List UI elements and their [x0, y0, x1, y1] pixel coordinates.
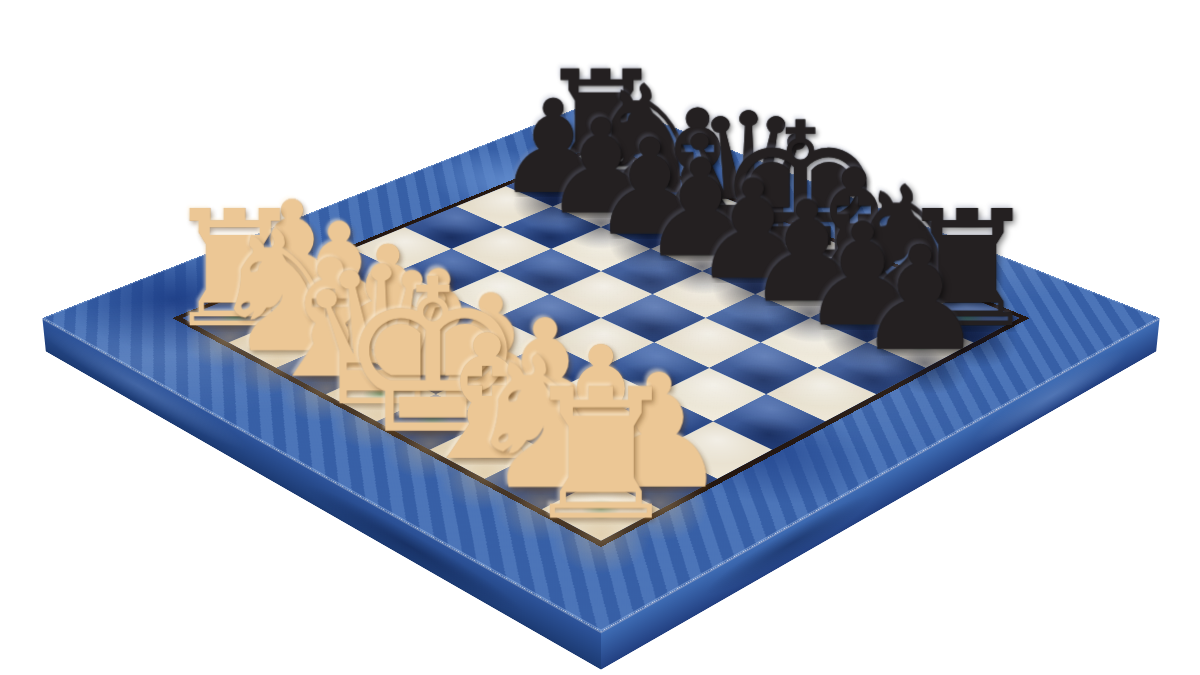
- camera-stage: ♜♞♝♛♚♝♞♜♟♟♟♟♟♟♟♟♟♟♟♟♟♟♟♟♜♞♝♛♚♝♞♜: [0, 0, 1200, 675]
- photo-backdrop: ♜♞♝♛♚♝♞♜♟♟♟♟♟♟♟♟♟♟♟♟♟♟♟♟♜♞♝♛♚♝♞♜: [0, 0, 1200, 675]
- piece-anchor-h7: ♟: [867, 318, 973, 368]
- piece-anchor-h1: ♜: [542, 479, 660, 541]
- chess-board: ♜♞♝♛♚♝♞♜♟♟♟♟♟♟♟♟♟♟♟♟♟♟♟♟♜♞♝♛♚♝♞♜: [42, 99, 1159, 632]
